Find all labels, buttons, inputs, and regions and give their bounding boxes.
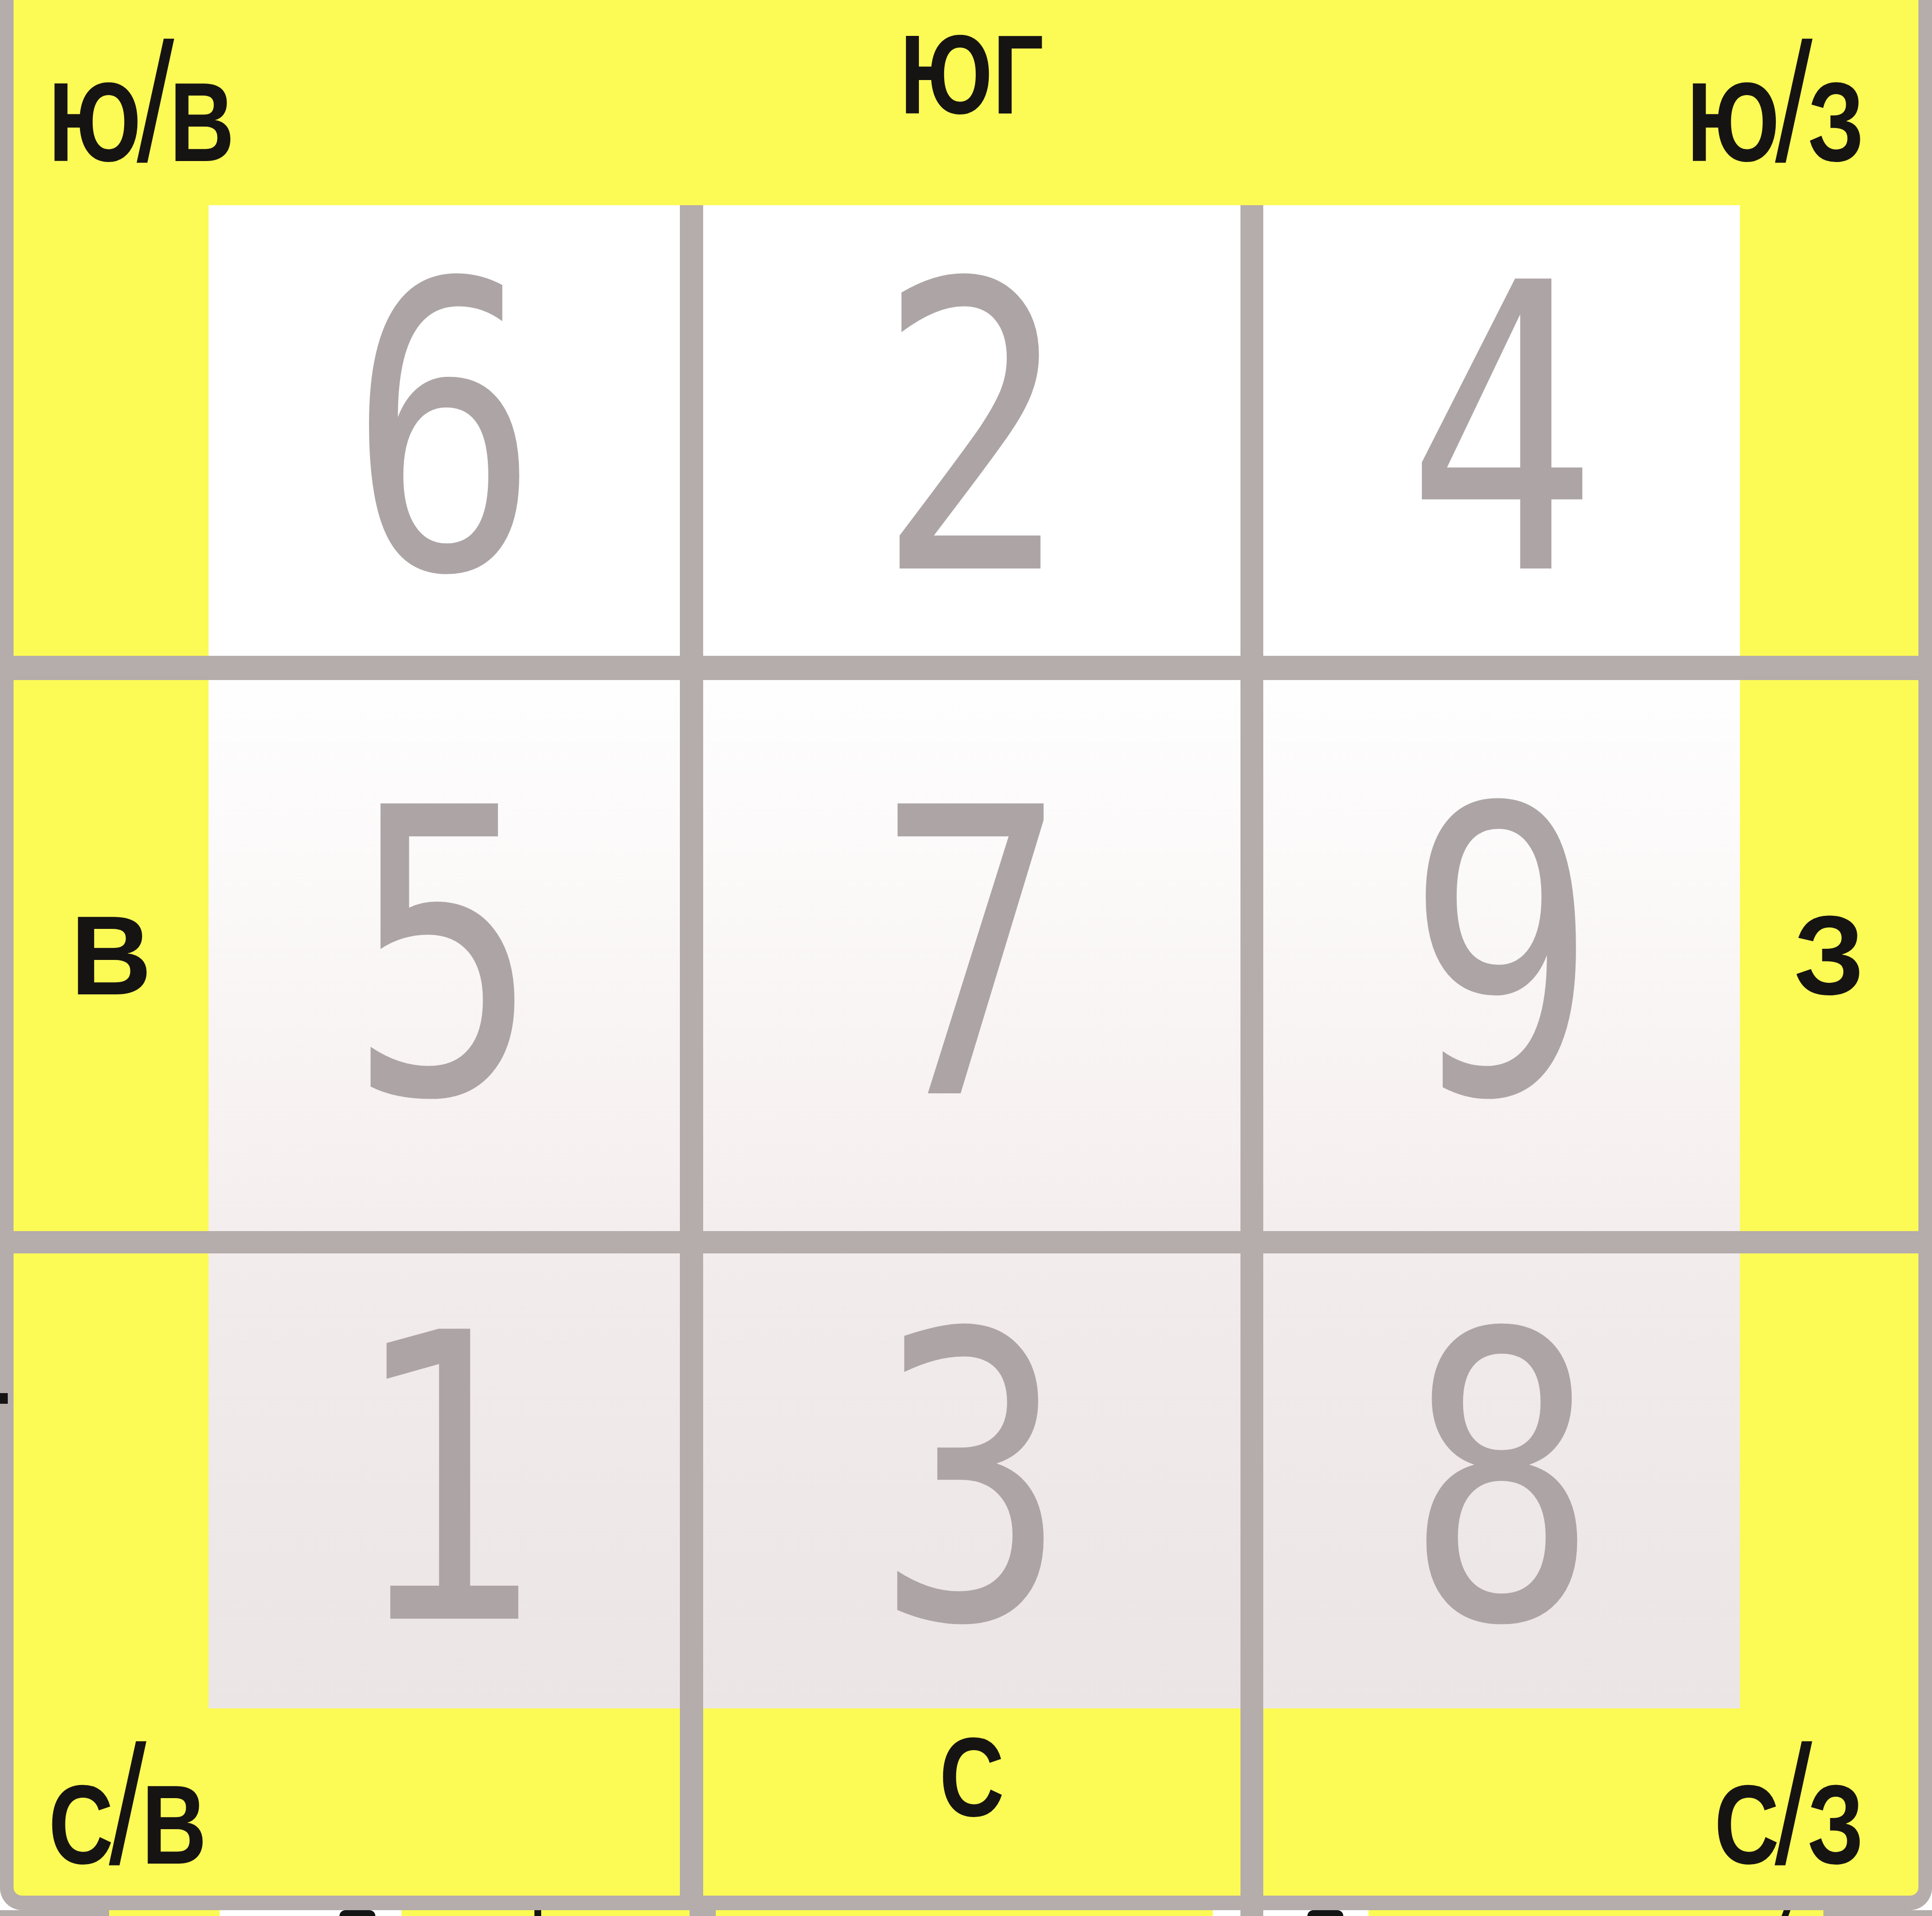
- cutoff-letter-fragment: [1307, 1910, 1343, 1916]
- divider-stub: [690, 1910, 716, 1916]
- cutoff-letter-fragment: [339, 1910, 375, 1916]
- outer-frame-border: [0, 0, 1932, 1910]
- divider-stub: [1240, 1910, 1263, 1916]
- cutoff-letter-fragment: [534, 1910, 541, 1916]
- edge-artifact-dash: [0, 1393, 8, 1404]
- page-gap: [1213, 1910, 1368, 1916]
- next-row-sliver: [0, 1910, 1932, 1916]
- corner-stub: [0, 1910, 109, 1916]
- flying-star-board: 6 2 4 5 7 9 1 3 8 Ю/В ЮГ Ю/З В З С/В С С…: [0, 0, 1932, 1916]
- cutoff-slash-fragment: [1782, 1910, 1790, 1916]
- corner-stub: [1823, 1910, 1932, 1916]
